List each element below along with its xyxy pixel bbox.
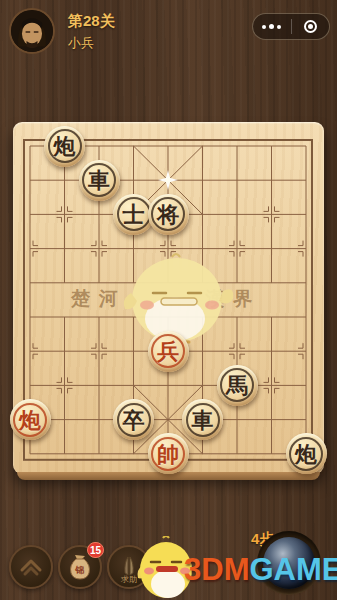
piece-glyph: 兵: [157, 340, 179, 362]
piece-red-soldier[interactable]: 兵: [148, 331, 189, 372]
xiangqi-board[interactable]: 楚河 漢界 炮車士将兵馬炮卒車帥炮: [13, 122, 324, 474]
piece-glyph: 士: [123, 203, 145, 225]
ellipsis-icon: [262, 24, 281, 29]
watermark: 3DMGAME: [184, 552, 337, 588]
piece-red-cannon[interactable]: 炮: [10, 399, 51, 440]
piece-glyph: 馬: [226, 374, 248, 396]
tips-count-badge: 15: [87, 542, 104, 558]
top-bar: 第28关 小兵: [0, 0, 337, 60]
piece-glyph: 将: [157, 203, 179, 225]
piece-black-cannon[interactable]: 炮: [44, 126, 85, 167]
piece-glyph: 車: [88, 169, 110, 191]
chevron-up-icon: [18, 554, 44, 580]
level-title: 第28关: [68, 12, 115, 31]
more-button[interactable]: [253, 14, 291, 39]
svg-text:锦: 锦: [75, 565, 85, 575]
piece-glyph: 帥: [157, 443, 179, 465]
avatar[interactable]: [9, 8, 55, 54]
piece-black-chariot[interactable]: 車: [182, 399, 223, 440]
piece-glyph: 炮: [54, 135, 76, 157]
piece-black-horse[interactable]: 馬: [217, 365, 258, 406]
piece-black-general[interactable]: 将: [148, 194, 189, 235]
piece-glyph: 炮: [295, 443, 317, 465]
target-circle-icon: [304, 20, 317, 33]
piece-red-general[interactable]: 帥: [148, 433, 189, 474]
sparkle-highlight-icon: [157, 169, 179, 191]
piece-glyph: 卒: [123, 409, 145, 431]
expand-button[interactable]: [9, 545, 53, 589]
avatar-face-icon: [11, 10, 53, 52]
piece-black-chariot[interactable]: 車: [79, 160, 120, 201]
piece-glyph: 車: [192, 409, 214, 431]
mini-program-capsule: [252, 13, 330, 40]
piece-black-cannon[interactable]: 炮: [286, 433, 327, 474]
bottom-bar: 锦 15 求助 4步 3DMGAME: [0, 525, 337, 600]
tips-bag-button[interactable]: 锦 15: [58, 545, 102, 589]
close-button[interactable]: [292, 14, 330, 39]
chick-mascot-river: [117, 253, 237, 345]
piece-black-soldier[interactable]: 卒: [113, 399, 154, 440]
player-name: 小兵: [68, 34, 94, 52]
piece-glyph: 炮: [19, 409, 41, 431]
